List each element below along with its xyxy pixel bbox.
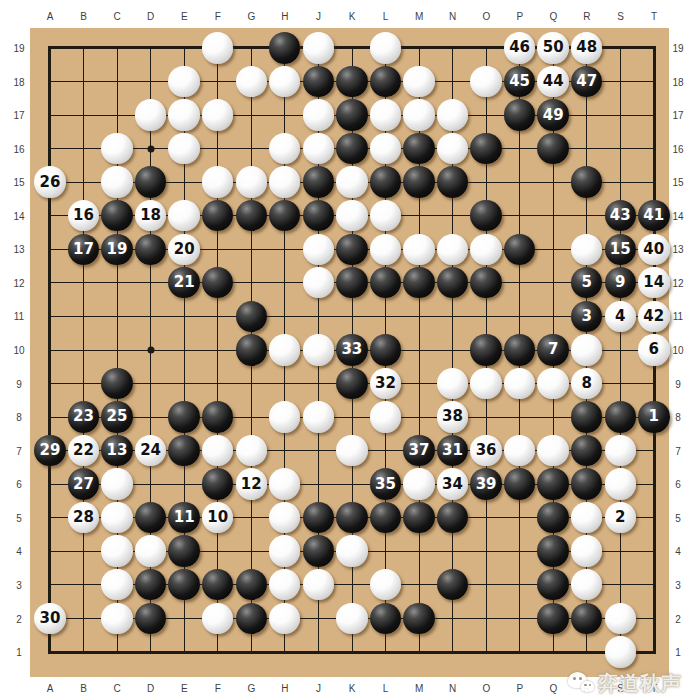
coordinate-label: 15	[672, 177, 683, 188]
coordinate-label: 3	[16, 579, 22, 590]
white-stone	[605, 435, 636, 466]
white-stone	[370, 133, 401, 164]
move-number: 36	[476, 443, 497, 458]
black-stone: 17	[68, 234, 99, 265]
white-stone	[269, 166, 300, 197]
white-stone: 16	[68, 200, 99, 231]
white-stone	[437, 99, 468, 130]
white-stone: 20	[168, 234, 199, 265]
black-stone	[236, 301, 267, 332]
coordinate-label: 1	[16, 647, 22, 658]
coordinate-label: 6	[16, 479, 22, 490]
black-stone: 27	[68, 468, 99, 499]
move-number: 31	[442, 443, 463, 458]
go-diagram: 4650484544474926161843411719201540215914…	[0, 0, 700, 700]
coordinate-label: 8	[675, 412, 681, 423]
white-stone	[370, 200, 401, 231]
black-stone	[168, 435, 199, 466]
black-stone	[202, 468, 233, 499]
white-stone	[537, 435, 568, 466]
coordinate-label: 17	[13, 110, 24, 121]
coordinate-label: F	[215, 11, 221, 22]
coordinate-label: Q	[550, 11, 558, 22]
move-number: 19	[107, 242, 128, 257]
white-stone	[202, 99, 233, 130]
white-stone: 8	[571, 368, 602, 399]
white-stone	[370, 234, 401, 265]
white-stone	[269, 66, 300, 97]
move-number: 43	[610, 208, 631, 223]
coordinate-label: 12	[672, 277, 683, 288]
black-stone	[336, 368, 367, 399]
black-stone: 41	[638, 200, 669, 231]
black-stone	[135, 603, 166, 634]
coordinate-label: 19	[672, 43, 683, 54]
black-stone	[202, 267, 233, 298]
white-stone	[269, 468, 300, 499]
black-stone	[303, 502, 334, 533]
black-stone	[403, 502, 434, 533]
coordinate-label: 19	[13, 43, 24, 54]
black-stone: 45	[504, 66, 535, 97]
coordinate-label: 8	[16, 412, 22, 423]
black-stone	[403, 603, 434, 634]
black-stone: 1	[638, 401, 669, 432]
white-stone	[437, 133, 468, 164]
coordinate-label: J	[316, 683, 321, 694]
black-stone	[571, 603, 602, 634]
white-stone	[403, 99, 434, 130]
move-number: 50	[543, 40, 564, 55]
white-stone	[168, 200, 199, 231]
move-number: 37	[409, 443, 430, 458]
black-stone	[537, 535, 568, 566]
white-stone	[470, 234, 501, 265]
white-stone: 14	[638, 267, 669, 298]
black-stone	[571, 435, 602, 466]
white-stone	[303, 32, 334, 63]
white-stone: 42	[638, 301, 669, 332]
black-stone	[537, 133, 568, 164]
white-stone: 12	[236, 468, 267, 499]
coordinate-label: P	[516, 11, 523, 22]
black-stone: 33	[336, 334, 367, 365]
move-number: 14	[643, 275, 664, 290]
move-number: 10	[207, 510, 228, 525]
black-stone	[403, 166, 434, 197]
coordinate-label: E	[181, 683, 188, 694]
black-stone	[236, 334, 267, 365]
black-stone	[168, 535, 199, 566]
white-stone	[605, 603, 636, 634]
move-number: 40	[643, 242, 664, 257]
coordinate-label: O	[482, 11, 490, 22]
black-stone	[605, 401, 636, 432]
coordinate-label: 7	[16, 445, 22, 456]
white-stone	[470, 66, 501, 97]
coordinate-label: 16	[672, 143, 683, 154]
white-stone	[101, 569, 132, 600]
white-stone	[269, 535, 300, 566]
black-stone: 13	[101, 435, 132, 466]
black-stone: 29	[34, 435, 65, 466]
black-stone: 5	[571, 267, 602, 298]
white-stone	[303, 234, 334, 265]
move-number: 13	[107, 443, 128, 458]
coordinate-label: L	[383, 11, 389, 22]
coordinate-label: 11	[673, 311, 683, 322]
black-stone	[135, 569, 166, 600]
white-stone: 24	[135, 435, 166, 466]
black-stone	[504, 234, 535, 265]
white-stone	[303, 99, 334, 130]
white-stone	[168, 66, 199, 97]
move-number: 42	[643, 309, 664, 324]
white-stone	[437, 234, 468, 265]
black-stone: 37	[403, 435, 434, 466]
black-stone	[370, 66, 401, 97]
move-number: 35	[375, 477, 396, 492]
move-number: 20	[174, 242, 195, 257]
move-number: 38	[442, 409, 463, 424]
coordinate-label: Q	[550, 683, 558, 694]
black-stone	[370, 166, 401, 197]
move-number: 33	[341, 342, 362, 357]
white-stone	[504, 435, 535, 466]
black-stone	[370, 267, 401, 298]
white-stone: 6	[638, 334, 669, 365]
white-stone: 30	[34, 603, 65, 634]
black-stone	[269, 200, 300, 231]
black-stone	[470, 267, 501, 298]
coordinate-label: 9	[16, 378, 22, 389]
black-stone	[202, 569, 233, 600]
white-stone	[269, 502, 300, 533]
black-stone: 7	[537, 334, 568, 365]
coordinate-label: 14	[672, 210, 683, 221]
black-stone	[403, 133, 434, 164]
coordinate-label: 18	[672, 76, 683, 87]
black-stone	[537, 603, 568, 634]
move-number: 47	[576, 74, 597, 89]
move-number: 26	[40, 175, 61, 190]
coordinate-label: E	[181, 11, 188, 22]
black-stone	[336, 66, 367, 97]
black-stone	[135, 166, 166, 197]
white-stone	[269, 603, 300, 634]
move-number: 6	[649, 342, 659, 357]
white-stone	[403, 234, 434, 265]
move-number: 1	[649, 409, 659, 424]
move-number: 8	[581, 376, 591, 391]
white-stone	[303, 133, 334, 164]
white-stone	[370, 401, 401, 432]
go-board: 4650484544474926161843411719201540215914…	[33, 31, 670, 668]
black-stone: 47	[571, 66, 602, 97]
white-stone	[135, 535, 166, 566]
white-stone	[236, 66, 267, 97]
white-stone	[269, 569, 300, 600]
white-stone: 36	[470, 435, 501, 466]
move-number: 15	[610, 242, 631, 257]
white-stone: 18	[135, 200, 166, 231]
white-stone: 48	[571, 32, 602, 63]
white-stone	[202, 32, 233, 63]
white-stone: 50	[537, 32, 568, 63]
black-stone	[470, 133, 501, 164]
white-stone	[437, 368, 468, 399]
move-number: 24	[140, 443, 161, 458]
move-number: 48	[576, 40, 597, 55]
move-number: 39	[476, 477, 497, 492]
white-stone: 28	[68, 502, 99, 533]
white-stone: 26	[34, 166, 65, 197]
coordinate-label: 18	[13, 76, 24, 87]
watermark: 弈道秋声	[568, 667, 700, 700]
wechat-icon	[568, 671, 595, 697]
white-stone: 40	[638, 234, 669, 265]
white-stone	[202, 603, 233, 634]
move-number: 9	[615, 275, 625, 290]
coordinate-label: 16	[13, 143, 24, 154]
black-stone	[236, 569, 267, 600]
white-stone	[470, 368, 501, 399]
black-stone	[336, 234, 367, 265]
black-stone: 25	[101, 401, 132, 432]
black-stone	[269, 32, 300, 63]
white-stone: 4	[605, 301, 636, 332]
move-number: 30	[40, 611, 61, 626]
white-stone	[101, 603, 132, 634]
white-stone	[571, 502, 602, 533]
white-stone	[370, 32, 401, 63]
coordinate-label: 6	[675, 479, 681, 490]
white-stone	[101, 133, 132, 164]
coordinate-label: 3	[675, 579, 681, 590]
white-stone	[571, 234, 602, 265]
move-number: 45	[509, 74, 530, 89]
white-stone	[605, 468, 636, 499]
coordinate-label: L	[383, 683, 389, 694]
black-stone	[571, 401, 602, 432]
coordinate-label: K	[349, 683, 356, 694]
black-stone	[303, 535, 334, 566]
coordinate-label: 5	[16, 512, 22, 523]
white-stone: 2	[605, 502, 636, 533]
white-stone	[101, 468, 132, 499]
coordinate-label: C	[113, 683, 120, 694]
coordinate-label: 9	[675, 378, 681, 389]
coordinate-label: N	[449, 11, 456, 22]
white-stone	[336, 535, 367, 566]
black-stone	[202, 200, 233, 231]
white-stone	[403, 66, 434, 97]
black-stone: 19	[101, 234, 132, 265]
black-stone	[370, 502, 401, 533]
coordinate-label: 15	[13, 177, 24, 188]
coordinate-label: 12	[13, 277, 24, 288]
coordinate-label: S	[617, 11, 624, 22]
black-stone	[537, 468, 568, 499]
black-stone: 49	[537, 99, 568, 130]
black-stone: 23	[68, 401, 99, 432]
black-stone	[168, 569, 199, 600]
coordinate-label: 17	[672, 110, 683, 121]
white-stone	[202, 166, 233, 197]
black-stone	[504, 468, 535, 499]
black-stone	[336, 267, 367, 298]
black-stone	[571, 166, 602, 197]
white-stone: 46	[504, 32, 535, 63]
white-stone	[504, 368, 535, 399]
white-stone	[571, 535, 602, 566]
coordinate-label: 2	[16, 613, 22, 624]
coordinate-label: B	[80, 683, 87, 694]
coordinate-label: 10	[672, 345, 683, 356]
coordinate-label: 4	[675, 546, 681, 557]
black-stone: 3	[571, 301, 602, 332]
white-stone	[135, 99, 166, 130]
move-number: 28	[73, 510, 94, 525]
white-stone: 44	[537, 66, 568, 97]
coordinate-label: K	[349, 11, 356, 22]
white-stone	[605, 636, 636, 667]
move-number: 44	[543, 74, 564, 89]
coordinate-label: 2	[675, 613, 681, 624]
white-stone	[571, 334, 602, 365]
coordinate-label: M	[415, 683, 423, 694]
move-number: 29	[40, 443, 61, 458]
coordinate-label: J	[316, 11, 321, 22]
move-number: 23	[73, 409, 94, 424]
coordinate-label: B	[80, 11, 87, 22]
move-number: 2	[615, 510, 625, 525]
white-stone	[336, 200, 367, 231]
white-stone	[202, 435, 233, 466]
white-stone	[168, 133, 199, 164]
white-stone	[403, 468, 434, 499]
coordinate-label: 7	[675, 445, 681, 456]
black-stone	[504, 334, 535, 365]
coordinate-label: 5	[675, 512, 681, 523]
black-stone	[504, 99, 535, 130]
white-stone	[168, 99, 199, 130]
move-number: 11	[174, 510, 195, 525]
black-stone	[470, 200, 501, 231]
white-stone	[269, 401, 300, 432]
black-stone	[437, 569, 468, 600]
white-stone	[370, 99, 401, 130]
black-stone	[336, 133, 367, 164]
move-number: 22	[73, 443, 94, 458]
white-stone	[571, 569, 602, 600]
coordinate-label: 14	[13, 210, 24, 221]
move-number: 21	[174, 275, 195, 290]
black-stone	[537, 569, 568, 600]
white-stone	[101, 502, 132, 533]
black-stone: 15	[605, 234, 636, 265]
black-stone	[336, 99, 367, 130]
coordinate-label: 11	[14, 311, 24, 322]
black-stone	[303, 166, 334, 197]
black-stone	[470, 334, 501, 365]
black-stone	[303, 66, 334, 97]
coordinate-label: D	[147, 683, 154, 694]
black-stone	[135, 234, 166, 265]
black-stone: 9	[605, 267, 636, 298]
coordinate-label: 13	[13, 244, 24, 255]
black-stone	[370, 603, 401, 634]
black-stone	[336, 502, 367, 533]
black-stone	[236, 200, 267, 231]
black-stone	[437, 267, 468, 298]
coordinate-label: M	[415, 11, 423, 22]
white-stone	[336, 166, 367, 197]
black-stone	[370, 334, 401, 365]
white-stone	[269, 334, 300, 365]
black-stone	[571, 468, 602, 499]
black-stone	[168, 401, 199, 432]
black-stone: 43	[605, 200, 636, 231]
black-stone	[303, 200, 334, 231]
coordinate-label: D	[147, 11, 154, 22]
white-stone	[303, 569, 334, 600]
coordinate-label: 4	[16, 546, 22, 557]
white-stone: 34	[437, 468, 468, 499]
coordinate-label: 13	[672, 244, 683, 255]
black-stone: 11	[168, 502, 199, 533]
black-stone: 39	[470, 468, 501, 499]
move-number: 3	[581, 309, 591, 324]
white-stone	[303, 267, 334, 298]
move-number: 46	[509, 40, 530, 55]
move-number: 49	[543, 108, 564, 123]
white-stone	[537, 368, 568, 399]
black-stone: 35	[370, 468, 401, 499]
move-number: 7	[548, 342, 558, 357]
black-stone	[236, 603, 267, 634]
coordinate-label: C	[113, 11, 120, 22]
move-number: 32	[375, 376, 396, 391]
white-stone	[303, 334, 334, 365]
white-stone: 22	[68, 435, 99, 466]
move-number: 16	[73, 208, 94, 223]
black-stone: 21	[168, 267, 199, 298]
white-stone	[336, 603, 367, 634]
coordinate-label: R	[583, 11, 590, 22]
black-stone	[202, 401, 233, 432]
coordinate-label: H	[281, 683, 288, 694]
coordinate-label: G	[247, 683, 255, 694]
white-stone: 10	[202, 502, 233, 533]
white-stone	[101, 535, 132, 566]
coordinate-label: 1	[675, 647, 681, 658]
coordinate-label: T	[651, 11, 657, 22]
coordinate-label: N	[449, 683, 456, 694]
coordinate-label: 10	[13, 345, 24, 356]
coordinate-label: F	[215, 683, 221, 694]
black-stone	[101, 368, 132, 399]
white-stone	[236, 166, 267, 197]
coordinate-label: P	[516, 683, 523, 694]
watermark-text: 弈道秋声	[598, 670, 682, 697]
move-number: 4	[615, 309, 625, 324]
white-stone: 38	[437, 401, 468, 432]
black-stone	[437, 502, 468, 533]
coordinate-label: H	[281, 11, 288, 22]
coordinate-label: A	[47, 11, 54, 22]
move-number: 17	[73, 242, 94, 257]
